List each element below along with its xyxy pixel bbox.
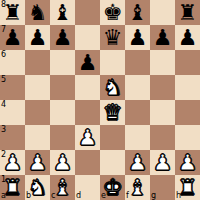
black-king-piece: ♚ (103, 0, 123, 25)
square-g7[interactable]: ♟ (150, 25, 175, 50)
white-queen-piece: ♛ (103, 100, 123, 125)
square-f6[interactable] (125, 50, 150, 75)
black-bishop-piece: ♝ (53, 0, 73, 25)
rank-label-8: 8 (1, 1, 6, 9)
square-h6[interactable] (175, 50, 200, 75)
square-c5[interactable] (50, 75, 75, 100)
rank-label-7: 7 (1, 26, 6, 34)
square-a8[interactable]: ♜8 (0, 0, 25, 25)
square-e1[interactable]: ♚e (100, 175, 125, 200)
square-g5[interactable] (150, 75, 175, 100)
square-d7[interactable] (75, 25, 100, 50)
square-a6[interactable]: 6 (0, 50, 25, 75)
square-a4[interactable]: 4 (0, 100, 25, 125)
square-a7[interactable]: ♟7 (0, 25, 25, 50)
square-h2[interactable]: ♟ (175, 150, 200, 175)
black-rook-piece: ♜ (178, 0, 198, 25)
white-pawn-piece: ♟ (178, 150, 198, 175)
square-g8[interactable] (150, 0, 175, 25)
rank-label-1: 1 (1, 176, 6, 184)
rank-label-6: 6 (1, 51, 6, 59)
square-e3[interactable] (100, 125, 125, 150)
file-label-c: c (51, 192, 55, 200)
square-c7[interactable]: ♟ (50, 25, 75, 50)
square-b3[interactable] (25, 125, 50, 150)
white-bishop-piece: ♝ (53, 175, 73, 200)
square-b2[interactable]: ♟ (25, 150, 50, 175)
square-c6[interactable] (50, 50, 75, 75)
square-d3[interactable]: ♟ (75, 125, 100, 150)
white-pawn-piece: ♟ (78, 125, 98, 150)
black-pawn-piece: ♟ (178, 25, 198, 50)
square-f7[interactable]: ♟ (125, 25, 150, 50)
white-knight-piece: ♞ (103, 75, 123, 100)
square-h5[interactable] (175, 75, 200, 100)
square-c8[interactable]: ♝ (50, 0, 75, 25)
white-pawn-piece: ♟ (28, 150, 48, 175)
square-b6[interactable] (25, 50, 50, 75)
square-h7[interactable]: ♟ (175, 25, 200, 50)
square-e6[interactable] (100, 50, 125, 75)
square-g4[interactable] (150, 100, 175, 125)
square-a3[interactable]: 3 (0, 125, 25, 150)
square-b4[interactable] (25, 100, 50, 125)
square-g1[interactable]: g (150, 175, 175, 200)
square-g3[interactable] (150, 125, 175, 150)
square-b7[interactable]: ♟ (25, 25, 50, 50)
square-g2[interactable]: ♟ (150, 150, 175, 175)
black-pawn-piece: ♟ (78, 50, 98, 75)
square-e7[interactable]: ♛ (100, 25, 125, 50)
square-b8[interactable]: ♞ (25, 0, 50, 25)
black-pawn-piece: ♟ (128, 25, 148, 50)
file-label-a: a (1, 192, 6, 200)
rank-label-2: 2 (1, 151, 6, 159)
black-knight-piece: ♞ (28, 0, 48, 25)
square-c1[interactable]: ♝c (50, 175, 75, 200)
square-h8[interactable]: ♜ (175, 0, 200, 25)
square-g6[interactable] (150, 50, 175, 75)
file-label-f: f (126, 192, 129, 200)
square-d6[interactable]: ♟ (75, 50, 100, 75)
square-a2[interactable]: ♟2 (0, 150, 25, 175)
square-d5[interactable] (75, 75, 100, 100)
square-c3[interactable] (50, 125, 75, 150)
file-label-h: h (176, 192, 181, 200)
square-e2[interactable] (100, 150, 125, 175)
square-h1[interactable]: ♜h (175, 175, 200, 200)
square-e4[interactable]: ♛ (100, 100, 125, 125)
square-e5[interactable]: ♞ (100, 75, 125, 100)
square-d1[interactable]: d (75, 175, 100, 200)
square-d4[interactable] (75, 100, 100, 125)
white-pawn-piece: ♟ (128, 150, 148, 175)
file-label-b: b (26, 192, 31, 200)
black-bishop-piece: ♝ (128, 0, 148, 25)
square-a1[interactable]: ♜1a (0, 175, 25, 200)
square-c4[interactable] (50, 100, 75, 125)
white-bishop-piece: ♝ (128, 175, 148, 200)
square-b1[interactable]: ♞b (25, 175, 50, 200)
square-f5[interactable] (125, 75, 150, 100)
square-b5[interactable] (25, 75, 50, 100)
chess-board: ♜8♞♝♚♝♜♟7♟♟♛♟♟♟6♟5♞4♛3♟♟2♟♟♟♟♟♜1a♞b♝cd♚e… (0, 0, 200, 200)
square-f3[interactable] (125, 125, 150, 150)
square-f2[interactable]: ♟ (125, 150, 150, 175)
rank-label-3: 3 (1, 126, 6, 134)
black-pawn-piece: ♟ (153, 25, 173, 50)
square-e8[interactable]: ♚ (100, 0, 125, 25)
square-d2[interactable] (75, 150, 100, 175)
black-pawn-piece: ♟ (53, 25, 73, 50)
square-d8[interactable] (75, 0, 100, 25)
square-f4[interactable] (125, 100, 150, 125)
white-pawn-piece: ♟ (53, 150, 73, 175)
white-pawn-piece: ♟ (153, 150, 173, 175)
black-queen-piece: ♛ (103, 25, 123, 50)
square-h4[interactable] (175, 100, 200, 125)
rank-label-4: 4 (1, 101, 6, 109)
square-c2[interactable]: ♟ (50, 150, 75, 175)
file-label-e: e (101, 192, 106, 200)
black-pawn-piece: ♟ (28, 25, 48, 50)
file-label-g: g (151, 192, 156, 200)
square-f8[interactable]: ♝ (125, 0, 150, 25)
square-f1[interactable]: ♝f (125, 175, 150, 200)
square-h3[interactable] (175, 125, 200, 150)
file-label-d: d (76, 192, 81, 200)
rank-label-5: 5 (1, 76, 6, 84)
square-a5[interactable]: 5 (0, 75, 25, 100)
